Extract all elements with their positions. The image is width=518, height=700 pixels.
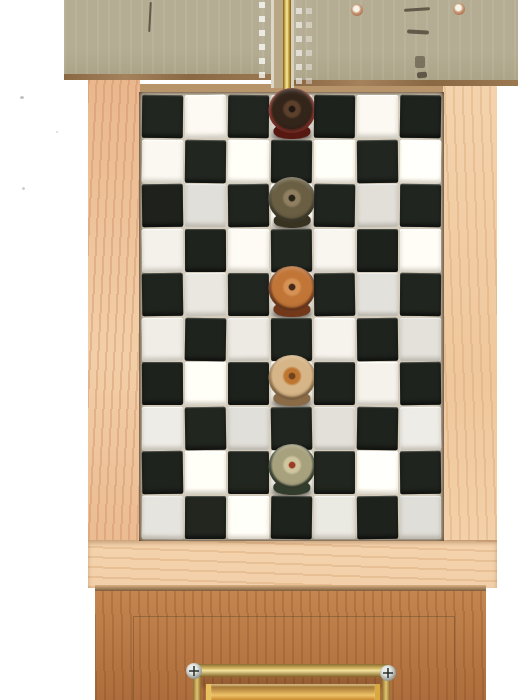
board-cell[interactable] bbox=[185, 228, 226, 271]
dust-speck bbox=[20, 96, 24, 99]
board-cell[interactable] bbox=[357, 273, 398, 316]
board-cell[interactable] bbox=[271, 139, 312, 182]
board-cell[interactable] bbox=[271, 273, 312, 316]
board-cell[interactable] bbox=[400, 495, 441, 538]
board-cell[interactable] bbox=[314, 451, 355, 494]
checker-piece[interactable] bbox=[268, 355, 315, 407]
top-crossbar-left bbox=[64, 0, 271, 80]
board-cell[interactable] bbox=[271, 317, 312, 360]
board-cell[interactable] bbox=[228, 406, 269, 449]
board-cell[interactable] bbox=[314, 317, 356, 360]
board-cell[interactable] bbox=[357, 406, 399, 449]
board-cell[interactable] bbox=[142, 406, 183, 449]
brass-plate bbox=[206, 684, 380, 700]
board-cell[interactable] bbox=[185, 406, 227, 449]
board-cell[interactable] bbox=[228, 139, 270, 182]
board-cell[interactable] bbox=[271, 495, 313, 538]
piece-face bbox=[268, 88, 315, 133]
board-cell[interactable] bbox=[400, 451, 441, 494]
board-cell[interactable] bbox=[314, 362, 355, 405]
board-cell[interactable] bbox=[142, 451, 184, 494]
board-cell[interactable] bbox=[142, 228, 184, 271]
weathered-paint-streak bbox=[296, 0, 302, 84]
frame-right-stile bbox=[443, 74, 497, 588]
piece-face bbox=[268, 355, 315, 400]
board-cell[interactable] bbox=[228, 451, 269, 494]
board-cell[interactable] bbox=[357, 139, 398, 182]
board-cell[interactable] bbox=[400, 406, 441, 449]
board-cell[interactable] bbox=[271, 451, 313, 494]
screw-head-icon bbox=[186, 663, 202, 679]
frame-left-stile bbox=[88, 74, 140, 588]
artwork-photo bbox=[0, 0, 518, 700]
board-cell[interactable] bbox=[142, 139, 184, 182]
checker-piece[interactable] bbox=[268, 444, 316, 497]
board-cell[interactable] bbox=[228, 273, 269, 316]
checker-piece[interactable] bbox=[268, 266, 315, 318]
board-cell[interactable] bbox=[142, 317, 184, 360]
board-cell[interactable] bbox=[314, 139, 355, 182]
board-cell[interactable] bbox=[357, 451, 398, 494]
board-cell[interactable] bbox=[271, 406, 313, 449]
board-cell[interactable] bbox=[185, 95, 227, 138]
board-cell[interactable] bbox=[185, 139, 226, 182]
board-cell[interactable] bbox=[357, 317, 398, 360]
board-cell[interactable] bbox=[185, 362, 226, 405]
dust-speck bbox=[22, 187, 25, 190]
checkerboard bbox=[139, 92, 444, 541]
board-cell[interactable] bbox=[314, 95, 355, 138]
board-cell[interactable] bbox=[357, 495, 398, 538]
board-cell[interactable] bbox=[271, 362, 312, 405]
board-cell[interactable] bbox=[314, 273, 356, 316]
board-cell[interactable] bbox=[228, 184, 269, 227]
board-cell[interactable] bbox=[142, 495, 183, 538]
dust-speck bbox=[56, 131, 58, 133]
board-cell[interactable] bbox=[400, 139, 442, 182]
piece-face bbox=[268, 266, 315, 311]
weathered-paint-streak bbox=[259, 0, 265, 78]
board-cell[interactable] bbox=[142, 95, 183, 138]
brass-handle-bar[interactable] bbox=[190, 664, 392, 677]
board-cell[interactable] bbox=[357, 362, 398, 405]
board-cell[interactable] bbox=[185, 451, 226, 494]
board-cell[interactable] bbox=[400, 362, 441, 405]
board-cell[interactable] bbox=[400, 317, 441, 360]
board-cell[interactable] bbox=[228, 495, 269, 538]
paint-crack bbox=[417, 71, 428, 78]
board-cell[interactable] bbox=[228, 228, 269, 271]
checker-piece[interactable] bbox=[268, 88, 315, 140]
board-cell[interactable] bbox=[185, 317, 227, 360]
board-cell[interactable] bbox=[357, 228, 398, 271]
board-cell[interactable] bbox=[400, 228, 441, 271]
board-cell[interactable] bbox=[228, 95, 269, 138]
board-cell[interactable] bbox=[228, 317, 270, 360]
weathered-paint-streak bbox=[306, 0, 312, 84]
board-cell[interactable] bbox=[142, 362, 183, 405]
board-cell[interactable] bbox=[400, 184, 441, 227]
board-cell[interactable] bbox=[314, 228, 355, 271]
board-cell[interactable] bbox=[314, 406, 355, 449]
paint-crack bbox=[415, 56, 425, 68]
screw-head-icon bbox=[380, 665, 396, 681]
board-cell[interactable] bbox=[185, 184, 226, 227]
board-cell[interactable] bbox=[357, 95, 398, 138]
board-cell[interactable] bbox=[314, 495, 355, 538]
board-cell[interactable] bbox=[271, 184, 313, 227]
board-cell[interactable] bbox=[142, 184, 184, 227]
board-cell[interactable] bbox=[185, 495, 226, 538]
top-crossbar-right bbox=[294, 0, 518, 86]
board-cell[interactable] bbox=[185, 273, 227, 316]
board-cell[interactable] bbox=[142, 273, 184, 316]
nail-head-icon bbox=[351, 4, 363, 16]
brass-rod bbox=[283, 0, 291, 92]
board-cell[interactable] bbox=[314, 184, 356, 227]
checker-piece[interactable] bbox=[268, 177, 316, 230]
piece-face bbox=[268, 444, 316, 490]
board-cell[interactable] bbox=[271, 228, 312, 271]
board-cell[interactable] bbox=[271, 95, 312, 138]
board-cell[interactable] bbox=[357, 184, 398, 227]
board-cell[interactable] bbox=[400, 95, 442, 138]
nail-head-icon bbox=[453, 3, 465, 15]
frame-bottom-rail bbox=[88, 540, 497, 588]
board-cell[interactable] bbox=[228, 362, 269, 405]
board-cell[interactable] bbox=[400, 273, 441, 316]
